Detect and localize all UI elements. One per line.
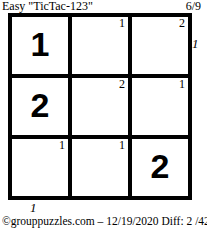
row-label-right-1: 1: [192, 37, 199, 50]
corner-clue-r1c2: 1: [119, 17, 125, 30]
puzzle-page: Easy "TicTac-123" 6/9 1 1 2 2 2 1 1: [0, 0, 207, 232]
header: Easy "TicTac-123" 6/9: [0, 0, 207, 13]
cell-r2c2[interactable]: 2: [72, 78, 128, 135]
tictac123-board: 1 1 2 2 2 1 1 1: [8, 13, 192, 200]
cell-r3c3[interactable]: 2: [132, 139, 188, 196]
corner-clue-r3c1: 1: [59, 139, 65, 152]
corner-clue-r2c3: 1: [179, 78, 185, 91]
puzzle-title: Easy "TicTac-123": [2, 0, 93, 13]
cell-r1c2[interactable]: 1: [72, 17, 128, 74]
cell-r1c3[interactable]: 2: [132, 17, 188, 74]
cell-value-r1c1: 1: [31, 27, 50, 61]
puzzle-counter: 6/9: [186, 0, 201, 13]
cell-r2c1[interactable]: 2: [12, 78, 68, 135]
cell-r2c3[interactable]: 1: [132, 78, 188, 135]
cell-value-r3c3: 2: [151, 149, 170, 183]
cell-value-r2c1: 2: [31, 88, 50, 122]
corner-clue-r1c3: 2: [179, 17, 185, 30]
cell-r1c1[interactable]: 1: [12, 17, 68, 74]
corner-clue-r3c2: 1: [119, 139, 125, 152]
cell-r3c1[interactable]: 1: [12, 139, 68, 196]
footer-credit: ©grouppuzzles.com – 12/19/2020 Diff: 2 /…: [2, 214, 207, 228]
corner-clue-r2c2: 2: [119, 78, 125, 91]
cell-r3c2[interactable]: 1: [72, 139, 128, 196]
col-label-bottom-1: 1: [30, 201, 37, 214]
